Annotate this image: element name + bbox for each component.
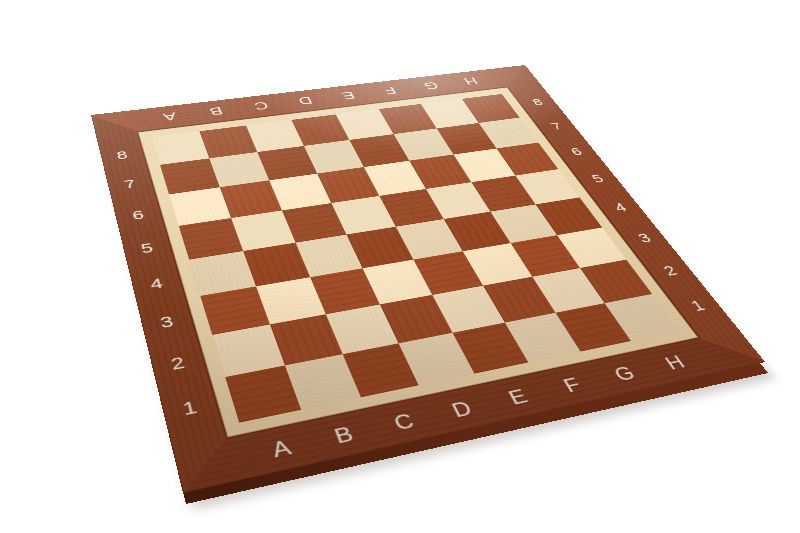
board-squares bbox=[151, 94, 679, 423]
label-rank-left-2: 2 bbox=[147, 338, 208, 390]
label-rank-left-6: 6 bbox=[112, 196, 164, 234]
label-rank-left-1: 1 bbox=[158, 380, 222, 437]
label-rank-right-4: 4 bbox=[591, 190, 649, 225]
label-rank-right-2: 2 bbox=[639, 251, 702, 292]
label-rank-left-7: 7 bbox=[105, 167, 155, 203]
label-rank-right-1: 1 bbox=[665, 284, 731, 328]
label-rank-left-4: 4 bbox=[129, 262, 185, 307]
chess-board: AA88BB77CC66DD55EE44FF33GG22HH11 bbox=[91, 65, 765, 493]
label-file-top-d: D bbox=[279, 88, 332, 113]
label-rank-right-5: 5 bbox=[570, 162, 626, 195]
label-file-top-a: A bbox=[143, 104, 197, 130]
photo-canvas: AA88BB77CC66DD55EE44FF33GG22HH11 bbox=[0, 0, 800, 533]
label-rank-right-3: 3 bbox=[614, 219, 675, 257]
label-rank-right-6: 6 bbox=[550, 136, 604, 167]
label-file-top-g: G bbox=[405, 74, 458, 97]
label-rank-left-3: 3 bbox=[138, 299, 197, 347]
label-file-top-h: H bbox=[445, 70, 498, 93]
label-rank-right-8: 8 bbox=[513, 89, 563, 116]
label-rank-left-8: 8 bbox=[98, 139, 146, 172]
label-file-top-f: F bbox=[364, 79, 417, 103]
label-file-top-b: B bbox=[189, 98, 243, 124]
label-rank-left-5: 5 bbox=[120, 228, 174, 269]
label-file-top-e: E bbox=[322, 84, 375, 108]
label-rank-right-7: 7 bbox=[531, 112, 583, 141]
label-file-top-c: C bbox=[235, 93, 289, 118]
